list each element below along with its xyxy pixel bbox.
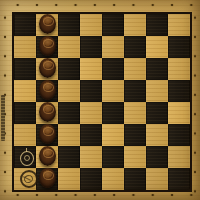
- square-c3[interactable]: [58, 124, 80, 146]
- square-h5[interactable]: [168, 80, 190, 102]
- square-g4[interactable]: [146, 102, 168, 124]
- square-f3[interactable]: [124, 124, 146, 146]
- square-c5[interactable]: [58, 80, 80, 102]
- square-h4[interactable]: [168, 102, 190, 124]
- square-f6[interactable]: [124, 58, 146, 80]
- square-c6[interactable]: [58, 58, 80, 80]
- square-b8[interactable]: [36, 14, 58, 36]
- square-e5[interactable]: [102, 80, 124, 102]
- square-h3[interactable]: [168, 124, 190, 146]
- square-e4[interactable]: [102, 102, 124, 124]
- square-b6[interactable]: [36, 58, 58, 80]
- square-h2[interactable]: [168, 146, 190, 168]
- dark-checker-piece[interactable]: [39, 14, 56, 34]
- square-g3[interactable]: [146, 124, 168, 146]
- square-h8[interactable]: [168, 14, 190, 36]
- square-c4[interactable]: [58, 102, 80, 124]
- square-e2[interactable]: [102, 146, 124, 168]
- dark-checker-piece[interactable]: [39, 146, 56, 166]
- board-frame: [12, 12, 192, 192]
- square-g8[interactable]: [146, 14, 168, 36]
- square-g6[interactable]: [146, 58, 168, 80]
- square-c2[interactable]: [58, 146, 80, 168]
- square-f2[interactable]: [124, 146, 146, 168]
- dark-checker-piece[interactable]: [39, 58, 56, 78]
- square-a4[interactable]: [14, 102, 36, 124]
- square-b1[interactable]: [36, 168, 58, 190]
- square-g5[interactable]: [146, 80, 168, 102]
- square-f7[interactable]: [124, 36, 146, 58]
- square-d2[interactable]: [80, 146, 102, 168]
- square-c7[interactable]: [58, 36, 80, 58]
- square-b2[interactable]: [36, 146, 58, 168]
- square-d4[interactable]: [80, 102, 102, 124]
- square-d7[interactable]: [80, 36, 102, 58]
- square-f4[interactable]: [124, 102, 146, 124]
- square-d1[interactable]: [80, 168, 102, 190]
- square-d8[interactable]: [80, 14, 102, 36]
- dark-checker-piece[interactable]: [39, 168, 56, 188]
- square-e3[interactable]: [102, 124, 124, 146]
- dark-checker-piece[interactable]: [39, 102, 56, 122]
- square-h1[interactable]: [168, 168, 190, 190]
- dark-checker-piece[interactable]: [39, 36, 56, 56]
- checkers-board: [14, 14, 190, 190]
- square-e7[interactable]: [102, 36, 124, 58]
- square-g7[interactable]: [146, 36, 168, 58]
- square-a3[interactable]: [14, 124, 36, 146]
- edge-watermark: [1, 95, 5, 141]
- square-c1[interactable]: [58, 168, 80, 190]
- square-b5[interactable]: [36, 80, 58, 102]
- square-a1[interactable]: [14, 168, 36, 190]
- square-d6[interactable]: [80, 58, 102, 80]
- dark-checker-piece[interactable]: [39, 124, 56, 144]
- square-a8[interactable]: [14, 14, 36, 36]
- square-e8[interactable]: [102, 14, 124, 36]
- square-e1[interactable]: [102, 168, 124, 190]
- dark-checker-piece[interactable]: [39, 80, 56, 100]
- inlay-dots-top: [8, 0, 194, 10]
- square-g1[interactable]: [146, 168, 168, 190]
- square-g2[interactable]: [146, 146, 168, 168]
- square-b4[interactable]: [36, 102, 58, 124]
- square-f8[interactable]: [124, 14, 146, 36]
- square-d3[interactable]: [80, 124, 102, 146]
- square-b3[interactable]: [36, 124, 58, 146]
- square-h7[interactable]: [168, 36, 190, 58]
- square-f1[interactable]: [124, 168, 146, 190]
- square-f5[interactable]: [124, 80, 146, 102]
- square-c8[interactable]: [58, 14, 80, 36]
- square-a7[interactable]: [14, 36, 36, 58]
- square-e6[interactable]: [102, 58, 124, 80]
- square-d5[interactable]: [80, 80, 102, 102]
- square-a6[interactable]: [14, 58, 36, 80]
- board-photo: [0, 0, 200, 200]
- square-a2[interactable]: [14, 146, 36, 168]
- square-h6[interactable]: [168, 58, 190, 80]
- square-a5[interactable]: [14, 80, 36, 102]
- square-b7[interactable]: [36, 36, 58, 58]
